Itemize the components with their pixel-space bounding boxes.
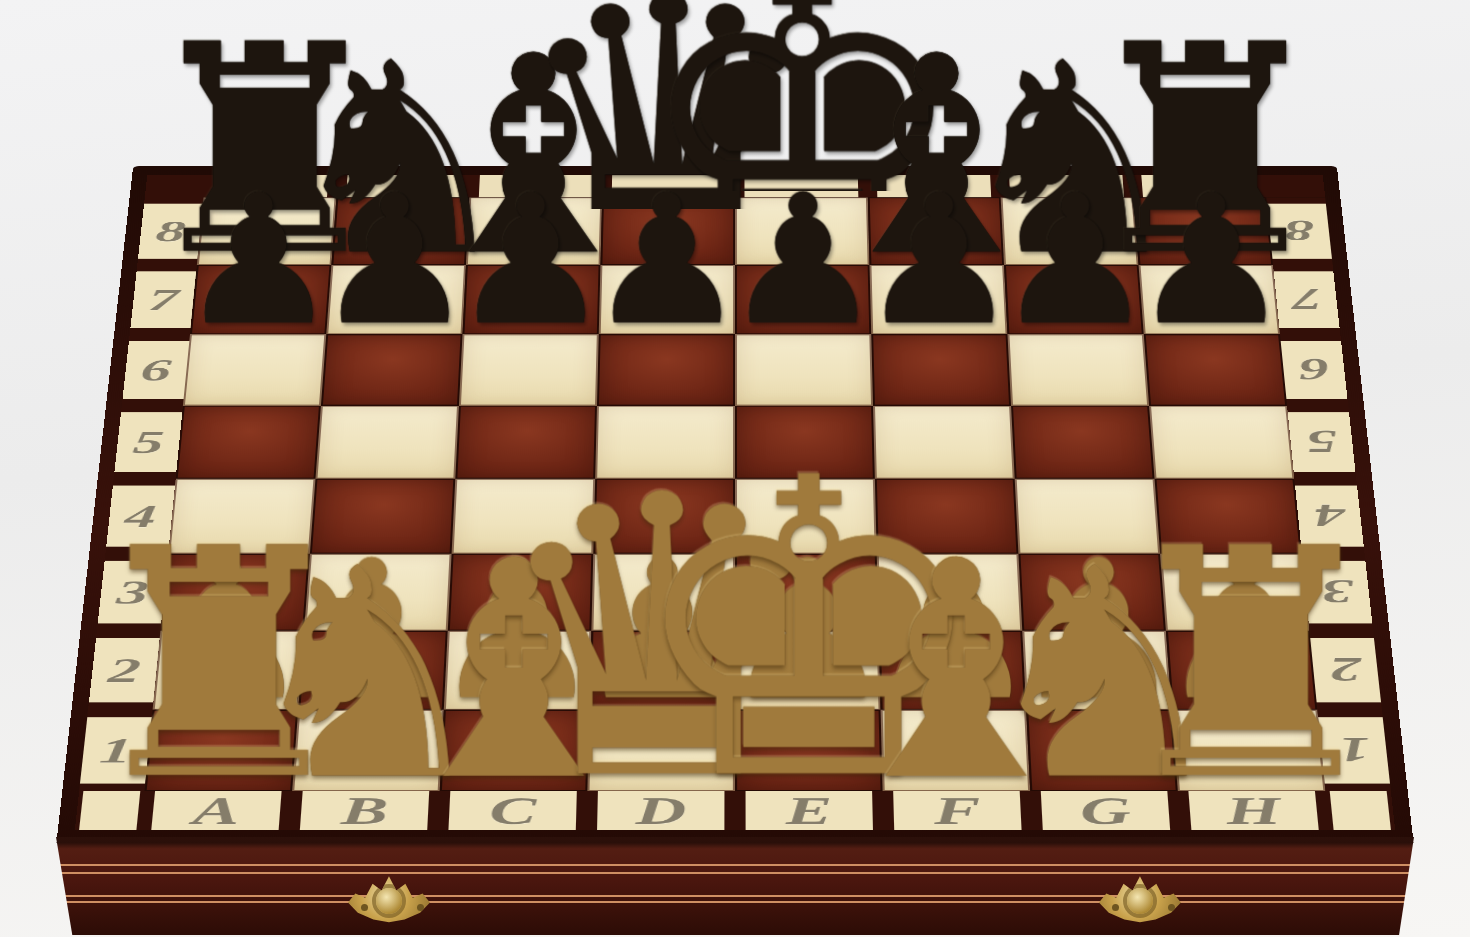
rank-label: 7 (1290, 284, 1323, 315)
file-label: E (786, 791, 833, 830)
file-label: A (192, 791, 242, 830)
square-e7[interactable]: ♟ (735, 265, 871, 334)
rank-label: 5 (131, 426, 165, 458)
file-label: D (635, 791, 686, 830)
file-label: F (933, 791, 981, 830)
square-h1[interactable]: ♜ (1172, 710, 1326, 791)
square-a6[interactable] (183, 334, 326, 405)
square-h6[interactable] (1144, 334, 1287, 405)
file-label: B (340, 791, 389, 830)
rank-label: 6 (1297, 354, 1331, 386)
square-b5[interactable] (315, 406, 458, 479)
square-g5[interactable] (1011, 406, 1154, 479)
file-label-a: A (141, 791, 293, 830)
square-h5[interactable] (1149, 406, 1294, 479)
file-label-h: H (1178, 791, 1330, 830)
square-g7[interactable]: ♟ (1004, 265, 1144, 334)
border-corner-bottom-left (75, 791, 145, 830)
rank-label-left-6: 6 (122, 334, 190, 405)
file-label-e: E (735, 791, 884, 830)
rank-label-left-5: 5 (114, 406, 183, 479)
square-g6[interactable] (1008, 334, 1150, 405)
border-corner-bottom-right (1325, 791, 1395, 830)
square-d7[interactable]: ♟ (599, 265, 735, 334)
piece-black-pawn-h7[interactable]: ♟ (1131, 171, 1292, 351)
square-a7[interactable]: ♟ (190, 265, 331, 334)
scene: 8♜♞♝♛♚♝♞♜87♟♟♟♟♟♟♟♟7665544332♟♟♟♟♟♟♟♟21♜… (0, 0, 1470, 937)
file-label-b: B (289, 791, 440, 830)
file-label: H (1225, 791, 1283, 830)
square-h7[interactable]: ♟ (1139, 265, 1280, 334)
square-c6[interactable] (459, 334, 599, 405)
brass-hinge-icon (348, 876, 430, 924)
square-b6[interactable] (321, 334, 463, 405)
piece-gold-rook-h1[interactable]: ♜ (1109, 508, 1392, 824)
brass-hinge-icon (1099, 876, 1181, 924)
file-label-c: C (438, 791, 588, 830)
chess-board-grid: 8♜♞♝♛♚♝♞♜87♟♟♟♟♟♟♟♟7665544332♟♟♟♟♟♟♟♟21♜… (75, 175, 1395, 831)
rank-label-right-5: 5 (1287, 406, 1356, 479)
chess-board: 8♜♞♝♛♚♝♞♜87♟♟♟♟♟♟♟♟7665544332♟♟♟♟♟♟♟♟21♜… (56, 166, 1414, 845)
rank-label-right-6: 6 (1280, 334, 1348, 405)
square-b7[interactable]: ♟ (326, 265, 466, 334)
square-c7[interactable]: ♟ (462, 265, 600, 334)
file-label-f: F (883, 791, 1033, 830)
rank-label: 7 (147, 284, 180, 315)
rank-label: 5 (1304, 426, 1338, 458)
file-label-d: D (586, 791, 735, 830)
rank-label: 6 (139, 354, 173, 386)
square-a5[interactable] (176, 406, 321, 479)
file-label: C (489, 791, 537, 830)
board-front-face (56, 837, 1414, 935)
file-label-g: G (1030, 791, 1181, 830)
square-f7[interactable]: ♟ (870, 265, 1008, 334)
file-label: G (1079, 791, 1132, 830)
